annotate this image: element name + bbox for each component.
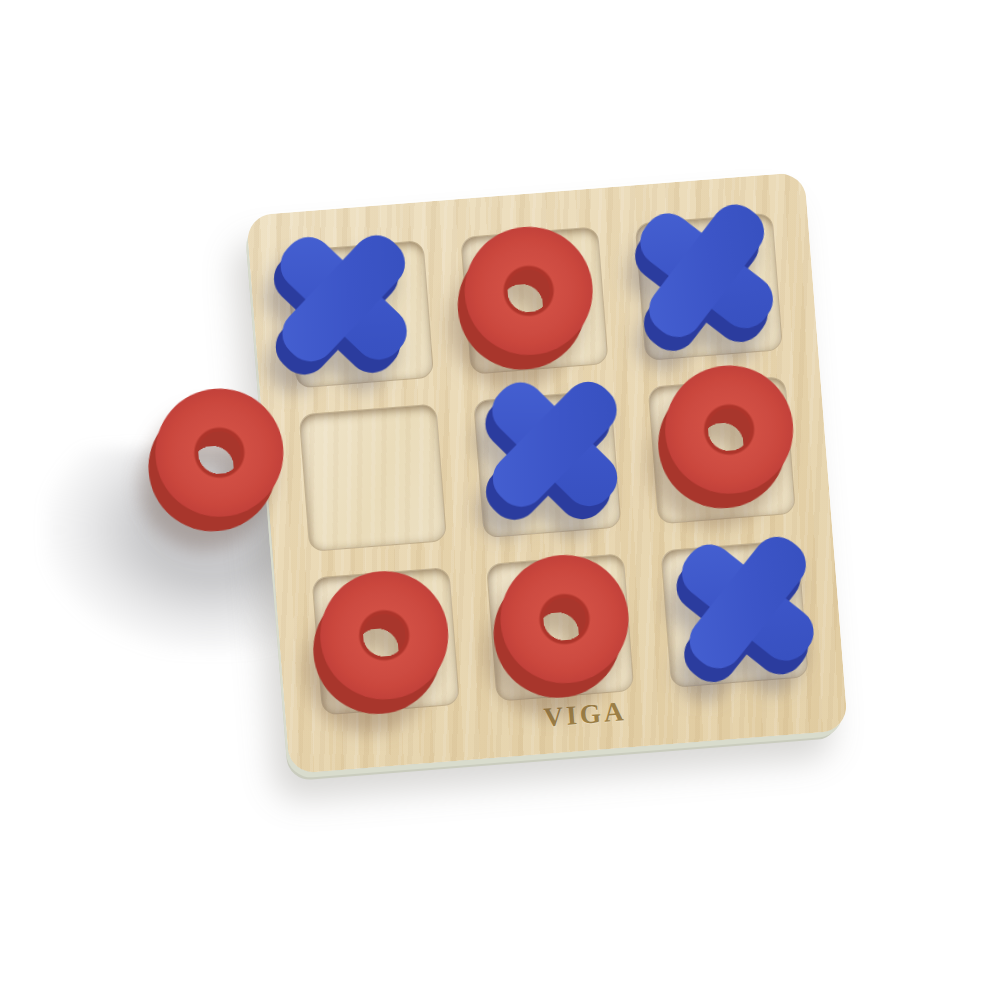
photo-background: VIGA (0, 0, 1000, 1000)
board-cell-r1c0-empty[interactable] (299, 403, 447, 551)
piece-x-r1c1[interactable] (481, 371, 628, 518)
piece-x-r0c0[interactable] (269, 224, 419, 374)
piece-x-r2c2[interactable] (667, 522, 829, 684)
viga-logo: VIGA (543, 696, 628, 733)
tic-tac-toe-board: VIGA (246, 172, 848, 774)
piece-x-r0c2[interactable] (625, 189, 789, 353)
